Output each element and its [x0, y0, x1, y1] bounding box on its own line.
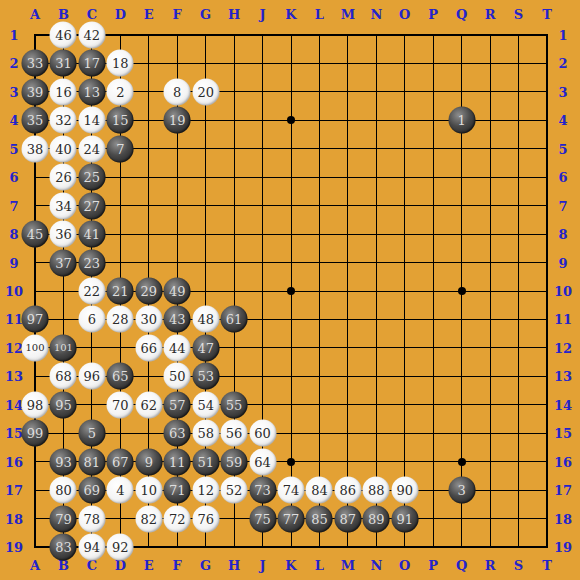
move-number: 29	[140, 285, 157, 298]
column-label-bottom-R: R	[485, 559, 496, 572]
move-number: 89	[368, 512, 385, 525]
row-label-right-15: 15	[554, 427, 572, 440]
star-point-Q10	[458, 287, 466, 295]
column-label-top-Q: Q	[456, 8, 467, 21]
column-label-bottom-H: H	[228, 559, 240, 572]
stone-white-J15: 60	[249, 420, 276, 447]
stone-black-Q17: 3	[448, 477, 475, 504]
stone-black-D13: 65	[107, 363, 134, 390]
row-label-left-2: 2	[9, 57, 18, 70]
move-number: 42	[84, 29, 101, 42]
move-number: 35	[27, 114, 44, 127]
move-number: 8	[173, 85, 181, 98]
stone-white-D3: 2	[107, 78, 134, 105]
stone-white-H17: 52	[221, 477, 248, 504]
move-number: 49	[169, 285, 186, 298]
move-number: 10	[140, 484, 157, 497]
stone-white-D19: 92	[107, 534, 134, 561]
stone-white-G14: 54	[192, 391, 219, 418]
row-label-right-16: 16	[554, 455, 572, 468]
move-number: 84	[311, 484, 328, 497]
stone-white-F13: 50	[164, 363, 191, 390]
move-number: 99	[27, 427, 44, 440]
stone-black-C16: 81	[78, 448, 105, 475]
go-board-diagram: AABBCCDDEEFFGGHHJJKKLLMMNNOOPPQQRRSSTT11…	[0, 0, 580, 580]
move-number: 14	[84, 114, 101, 127]
grid-line-vertical	[490, 35, 491, 547]
stone-white-C19: 94	[78, 534, 105, 561]
move-number: 65	[112, 370, 129, 383]
stone-black-N18: 89	[363, 505, 390, 532]
row-label-right-12: 12	[554, 341, 572, 354]
move-number: 40	[55, 142, 72, 155]
stone-black-L18: 85	[306, 505, 333, 532]
move-number: 22	[84, 285, 101, 298]
stone-white-E11: 30	[135, 306, 162, 333]
move-number: 37	[55, 256, 72, 269]
stone-black-B14: 95	[50, 391, 77, 418]
grid-line-vertical	[376, 35, 377, 547]
stone-black-G12: 47	[192, 334, 219, 361]
stone-black-B19: 83	[50, 534, 77, 561]
move-number: 18	[112, 57, 129, 70]
stone-white-H15: 56	[221, 420, 248, 447]
stone-white-E18: 82	[135, 505, 162, 532]
stone-white-G18: 76	[192, 505, 219, 532]
move-number: 46	[55, 29, 72, 42]
move-number: 47	[197, 341, 214, 354]
stone-black-C7: 27	[78, 192, 105, 219]
row-label-left-17: 17	[5, 484, 23, 497]
row-label-left-19: 19	[5, 541, 23, 554]
move-number: 73	[254, 484, 271, 497]
row-label-left-18: 18	[5, 512, 23, 525]
move-number: 30	[140, 313, 157, 326]
column-label-top-N: N	[370, 8, 382, 21]
stone-white-D17: 4	[107, 477, 134, 504]
stone-white-F3: 8	[164, 78, 191, 105]
stone-black-B2: 31	[50, 50, 77, 77]
move-number: 80	[55, 484, 72, 497]
move-number: 75	[254, 512, 271, 525]
column-label-bottom-K: K	[285, 559, 296, 572]
move-number: 11	[169, 455, 186, 468]
move-number: 9	[145, 455, 153, 468]
column-label-top-A: A	[30, 8, 40, 21]
column-label-bottom-S: S	[514, 559, 523, 572]
move-number: 45	[27, 228, 44, 241]
stone-white-F12: 44	[164, 334, 191, 361]
stone-black-F15: 63	[164, 420, 191, 447]
row-label-left-6: 6	[9, 171, 18, 184]
row-label-right-10: 10	[554, 285, 572, 298]
stone-white-O17: 90	[391, 477, 418, 504]
move-number: 93	[55, 455, 72, 468]
move-number: 90	[396, 484, 413, 497]
move-number: 88	[368, 484, 385, 497]
move-number: 94	[84, 541, 101, 554]
move-number: 57	[169, 398, 186, 411]
column-label-top-P: P	[428, 8, 438, 21]
stone-white-D2: 18	[107, 50, 134, 77]
grid-line-vertical	[404, 35, 405, 547]
column-label-bottom-Q: Q	[456, 559, 467, 572]
stone-white-J16: 64	[249, 448, 276, 475]
column-label-bottom-E: E	[144, 559, 154, 572]
stone-white-G17: 12	[192, 477, 219, 504]
column-label-bottom-M: M	[341, 559, 355, 572]
stone-black-H16: 59	[221, 448, 248, 475]
move-number: 62	[140, 398, 157, 411]
stone-white-C5: 24	[78, 135, 105, 162]
stone-white-D14: 70	[107, 391, 134, 418]
column-label-top-L: L	[315, 8, 324, 21]
column-label-bottom-F: F	[173, 559, 182, 572]
move-number: 19	[169, 114, 186, 127]
row-label-left-13: 13	[5, 370, 23, 383]
stone-white-B8: 36	[50, 221, 77, 248]
stone-black-B16: 93	[50, 448, 77, 475]
column-label-top-T: T	[542, 8, 552, 21]
column-label-top-C: C	[87, 8, 97, 21]
stone-black-B12: 101	[50, 334, 77, 361]
row-label-right-4: 4	[558, 114, 567, 127]
row-label-right-3: 3	[558, 85, 567, 98]
row-label-right-2: 2	[558, 57, 567, 70]
stone-black-A15: 99	[22, 420, 49, 447]
column-label-top-B: B	[58, 8, 69, 21]
move-number: 64	[254, 455, 271, 468]
stone-black-D5: 7	[107, 135, 134, 162]
grid-line-horizontal	[35, 433, 547, 434]
column-label-top-G: G	[200, 8, 211, 21]
stone-white-A14: 98	[22, 391, 49, 418]
column-label-top-M: M	[341, 8, 355, 21]
move-number: 33	[27, 57, 44, 70]
column-label-bottom-N: N	[370, 559, 382, 572]
stone-black-C8: 41	[78, 221, 105, 248]
stone-black-C3: 13	[78, 78, 105, 105]
stone-black-D10: 21	[107, 278, 134, 305]
move-number: 2	[116, 85, 124, 98]
stone-black-E16: 9	[135, 448, 162, 475]
stone-black-A8: 45	[22, 221, 49, 248]
star-point-K16	[287, 458, 295, 466]
move-number: 32	[55, 114, 72, 127]
move-number: 16	[55, 85, 72, 98]
move-number: 69	[84, 484, 101, 497]
move-number: 23	[84, 256, 101, 269]
stone-black-D16: 67	[107, 448, 134, 475]
stone-white-C4: 14	[78, 107, 105, 134]
stone-white-B1: 46	[50, 22, 77, 49]
move-number: 95	[55, 398, 72, 411]
move-number: 43	[169, 313, 186, 326]
move-number: 38	[27, 142, 44, 155]
stone-white-G15: 58	[192, 420, 219, 447]
stone-white-C18: 78	[78, 505, 105, 532]
move-number: 81	[84, 455, 101, 468]
move-number: 61	[226, 313, 243, 326]
move-number: 101	[54, 343, 73, 353]
stone-white-A12: 100	[22, 334, 49, 361]
move-number: 50	[169, 370, 186, 383]
grid-line-vertical	[518, 35, 519, 547]
stone-black-F11: 43	[164, 306, 191, 333]
stone-white-N17: 88	[363, 477, 390, 504]
move-number: 44	[169, 341, 186, 354]
move-number: 24	[84, 142, 101, 155]
stone-white-B4: 32	[50, 107, 77, 134]
row-label-right-9: 9	[558, 256, 567, 269]
move-number: 70	[112, 398, 129, 411]
move-number: 83	[55, 541, 72, 554]
row-label-left-1: 1	[9, 29, 18, 42]
column-label-top-O: O	[399, 8, 410, 21]
row-label-left-16: 16	[5, 455, 23, 468]
move-number: 72	[169, 512, 186, 525]
move-number: 59	[226, 455, 243, 468]
column-label-top-H: H	[228, 8, 240, 21]
stone-black-F4: 19	[164, 107, 191, 134]
move-number: 82	[140, 512, 157, 525]
move-number: 7	[116, 142, 124, 155]
stone-black-E10: 29	[135, 278, 162, 305]
move-number: 74	[283, 484, 300, 497]
stone-white-B7: 34	[50, 192, 77, 219]
column-label-bottom-O: O	[399, 559, 410, 572]
stone-white-B6: 26	[50, 164, 77, 191]
stone-black-M18: 87	[334, 505, 361, 532]
stone-black-A4: 35	[22, 107, 49, 134]
move-number: 15	[112, 114, 129, 127]
move-number: 77	[283, 512, 300, 525]
move-number: 86	[340, 484, 357, 497]
move-number: 28	[112, 313, 129, 326]
stone-white-L17: 84	[306, 477, 333, 504]
stone-black-B9: 37	[50, 249, 77, 276]
row-label-left-8: 8	[9, 228, 18, 241]
row-label-left-10: 10	[5, 285, 23, 298]
move-number: 91	[396, 512, 413, 525]
row-label-right-17: 17	[554, 484, 572, 497]
row-label-left-11: 11	[5, 313, 23, 326]
move-number: 79	[55, 512, 72, 525]
move-number: 1	[458, 114, 466, 127]
move-number: 66	[140, 341, 157, 354]
column-label-bottom-L: L	[315, 559, 324, 572]
row-label-left-3: 3	[9, 85, 18, 98]
move-number: 26	[55, 171, 72, 184]
stone-black-G13: 53	[192, 363, 219, 390]
stone-white-B17: 80	[50, 477, 77, 504]
move-number: 13	[84, 85, 101, 98]
move-number: 3	[458, 484, 466, 497]
move-number: 5	[88, 427, 96, 440]
row-label-left-7: 7	[9, 199, 18, 212]
move-number: 34	[55, 199, 72, 212]
row-label-left-14: 14	[5, 398, 23, 411]
move-number: 87	[340, 512, 357, 525]
stone-white-B13: 68	[50, 363, 77, 390]
move-number: 52	[226, 484, 243, 497]
stone-black-K18: 77	[278, 505, 305, 532]
move-number: 41	[84, 228, 101, 241]
move-number: 56	[226, 427, 243, 440]
stone-black-J18: 75	[249, 505, 276, 532]
row-label-left-9: 9	[9, 256, 18, 269]
star-point-K10	[287, 287, 295, 295]
stone-black-F14: 57	[164, 391, 191, 418]
move-number: 100	[25, 343, 44, 353]
row-label-right-7: 7	[558, 199, 567, 212]
star-point-Q16	[458, 458, 466, 466]
column-label-top-D: D	[115, 8, 126, 21]
stone-black-A3: 39	[22, 78, 49, 105]
move-number: 20	[197, 85, 214, 98]
column-label-top-R: R	[485, 8, 496, 21]
stone-white-C10: 22	[78, 278, 105, 305]
row-label-right-19: 19	[554, 541, 572, 554]
row-label-left-4: 4	[9, 114, 18, 127]
stone-white-E14: 62	[135, 391, 162, 418]
row-label-left-12: 12	[5, 341, 23, 354]
move-number: 98	[27, 398, 44, 411]
move-number: 21	[112, 285, 129, 298]
column-label-bottom-A: A	[30, 559, 40, 572]
row-label-right-1: 1	[558, 29, 567, 42]
row-label-right-14: 14	[554, 398, 572, 411]
stone-black-F16: 11	[164, 448, 191, 475]
stone-black-F10: 49	[164, 278, 191, 305]
move-number: 54	[197, 398, 214, 411]
stone-white-E17: 10	[135, 477, 162, 504]
stone-black-C9: 23	[78, 249, 105, 276]
move-number: 60	[254, 427, 271, 440]
move-number: 55	[226, 398, 243, 411]
move-number: 48	[197, 313, 214, 326]
row-label-right-11: 11	[554, 313, 572, 326]
stone-black-H11: 61	[221, 306, 248, 333]
stone-black-F17: 71	[164, 477, 191, 504]
column-label-top-K: K	[285, 8, 296, 21]
grid-line-vertical	[347, 35, 348, 547]
move-number: 36	[55, 228, 72, 241]
move-number: 27	[84, 199, 101, 212]
move-number: 39	[27, 85, 44, 98]
move-number: 97	[27, 313, 44, 326]
stone-black-C2: 17	[78, 50, 105, 77]
stone-black-J17: 73	[249, 477, 276, 504]
column-label-bottom-P: P	[428, 559, 438, 572]
move-number: 53	[197, 370, 214, 383]
stone-black-C6: 25	[78, 164, 105, 191]
move-number: 76	[197, 512, 214, 525]
stone-black-Q4: 1	[448, 107, 475, 134]
move-number: 12	[197, 484, 214, 497]
stone-white-G11: 48	[192, 306, 219, 333]
move-number: 85	[311, 512, 328, 525]
move-number: 4	[116, 484, 124, 497]
row-label-left-5: 5	[9, 142, 18, 155]
stone-black-B18: 79	[50, 505, 77, 532]
star-point-K4	[287, 116, 295, 124]
stone-white-E12: 66	[135, 334, 162, 361]
stone-white-C13: 96	[78, 363, 105, 390]
move-number: 31	[55, 57, 72, 70]
row-label-left-15: 15	[5, 427, 23, 440]
grid-line-vertical	[319, 35, 320, 547]
stone-white-C1: 42	[78, 22, 105, 49]
column-label-bottom-J: J	[259, 559, 265, 572]
stone-black-A2: 33	[22, 50, 49, 77]
column-label-top-S: S	[514, 8, 523, 21]
move-number: 17	[84, 57, 101, 70]
move-number: 67	[112, 455, 129, 468]
stone-black-D4: 15	[107, 107, 134, 134]
move-number: 51	[197, 455, 214, 468]
move-number: 92	[112, 541, 129, 554]
row-label-right-13: 13	[554, 370, 572, 383]
row-label-right-8: 8	[558, 228, 567, 241]
column-label-top-E: E	[144, 8, 154, 21]
stone-white-K17: 74	[278, 477, 305, 504]
stone-black-O18: 91	[391, 505, 418, 532]
row-label-right-18: 18	[554, 512, 572, 525]
move-number: 96	[84, 370, 101, 383]
stone-black-C17: 69	[78, 477, 105, 504]
column-label-bottom-T: T	[542, 559, 552, 572]
stone-white-B3: 16	[50, 78, 77, 105]
row-label-right-6: 6	[558, 171, 567, 184]
stone-black-H14: 55	[221, 391, 248, 418]
stone-white-G3: 20	[192, 78, 219, 105]
move-number: 68	[55, 370, 72, 383]
stone-white-C11: 6	[78, 306, 105, 333]
move-number: 71	[169, 484, 186, 497]
stone-white-B5: 40	[50, 135, 77, 162]
stone-black-G16: 51	[192, 448, 219, 475]
move-number: 63	[169, 427, 186, 440]
grid-line-horizontal	[35, 347, 547, 348]
stone-white-A5: 38	[22, 135, 49, 162]
column-label-top-J: J	[259, 8, 265, 21]
move-number: 25	[84, 171, 101, 184]
move-number: 6	[88, 313, 96, 326]
stone-white-D11: 28	[107, 306, 134, 333]
stone-white-M17: 86	[334, 477, 361, 504]
stone-white-F18: 72	[164, 505, 191, 532]
column-label-top-F: F	[173, 8, 182, 21]
row-label-right-5: 5	[558, 142, 567, 155]
stone-black-C15: 5	[78, 420, 105, 447]
grid-line-vertical	[433, 35, 434, 547]
stone-black-A11: 97	[22, 306, 49, 333]
column-label-bottom-G: G	[200, 559, 211, 572]
move-number: 58	[197, 427, 214, 440]
move-number: 78	[84, 512, 101, 525]
